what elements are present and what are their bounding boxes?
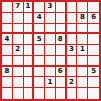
cell-r9c8[interactable]	[77, 88, 88, 99]
cell-r7c9[interactable]: 5	[88, 67, 99, 78]
cell-r8c1[interactable]	[2, 77, 13, 88]
cell-r9c9[interactable]	[88, 88, 99, 99]
cell-r3c1[interactable]	[2, 24, 13, 35]
cell-r9c1[interactable]	[2, 88, 13, 99]
cell-r8c8[interactable]	[77, 77, 88, 88]
cell-r2c6[interactable]	[56, 13, 67, 24]
given-digit: 4	[4, 35, 9, 42]
cell-r1c1[interactable]	[2, 2, 13, 13]
given-digit: 3	[48, 3, 53, 10]
cell-r3c2[interactable]	[13, 24, 24, 35]
cell-r4c4[interactable]: 5	[34, 34, 45, 45]
cell-r5c6[interactable]	[56, 45, 67, 56]
given-digit: 4	[37, 14, 42, 21]
cell-r8c5[interactable]: 1	[45, 77, 56, 88]
cell-r4c2[interactable]	[13, 34, 24, 45]
cell-r7c6[interactable]: 6	[56, 67, 67, 78]
cell-r2c4[interactable]: 4	[34, 13, 45, 24]
cell-r3c7[interactable]	[67, 24, 78, 35]
cell-r1c3[interactable]: 1	[24, 2, 35, 13]
cell-r3c4[interactable]	[34, 24, 45, 35]
given-digit: 6	[58, 68, 63, 75]
given-digit: 1	[80, 46, 85, 53]
cell-r6c2[interactable]	[13, 56, 24, 67]
cell-r3c3[interactable]	[24, 24, 35, 35]
cell-r7c3[interactable]	[24, 67, 35, 78]
cell-r1c2[interactable]: 7	[13, 2, 24, 13]
cell-r7c8[interactable]	[77, 67, 88, 78]
cell-r1c6[interactable]	[56, 2, 67, 13]
cell-r7c5[interactable]	[45, 67, 56, 78]
given-digit: 7	[15, 3, 20, 10]
cell-r4c1[interactable]: 4	[2, 34, 13, 45]
cell-r5c2[interactable]: 2	[13, 45, 24, 56]
given-digit: 8	[80, 14, 85, 21]
cell-r2c3[interactable]	[24, 13, 35, 24]
sudoku-board: 71348645823186512	[0, 0, 101, 101]
cell-r4c9[interactable]	[88, 34, 99, 45]
cell-r5c9[interactable]	[88, 45, 99, 56]
cell-r3c8[interactable]	[77, 24, 88, 35]
cell-r7c4[interactable]	[34, 67, 45, 78]
given-digit: 5	[91, 68, 96, 75]
cell-r3c9[interactable]	[88, 24, 99, 35]
cell-r7c7[interactable]	[67, 67, 78, 78]
cell-r5c5[interactable]	[45, 45, 56, 56]
cell-r1c5[interactable]: 3	[45, 2, 56, 13]
cell-r8c3[interactable]	[24, 77, 35, 88]
cell-r4c7[interactable]	[67, 34, 78, 45]
cell-r2c8[interactable]: 8	[77, 13, 88, 24]
cell-r2c7[interactable]	[67, 13, 78, 24]
given-digit: 2	[15, 46, 20, 53]
cell-r5c7[interactable]: 3	[67, 45, 78, 56]
cell-r1c8[interactable]	[77, 2, 88, 13]
cell-r6c9[interactable]	[88, 56, 99, 67]
cell-r6c5[interactable]	[45, 56, 56, 67]
cell-r6c7[interactable]	[67, 56, 78, 67]
cell-r4c5[interactable]	[45, 34, 56, 45]
cell-r9c3[interactable]	[24, 88, 35, 99]
cell-r6c1[interactable]	[2, 56, 13, 67]
given-digit: 8	[4, 68, 9, 75]
cell-r9c2[interactable]	[13, 88, 24, 99]
given-digit: 1	[48, 78, 53, 85]
cell-r6c4[interactable]	[34, 56, 45, 67]
given-digit: 1	[26, 3, 31, 10]
cell-r1c7[interactable]	[67, 2, 78, 13]
cell-r2c1[interactable]	[2, 13, 13, 24]
cell-r8c7[interactable]: 2	[67, 77, 78, 88]
given-digit: 3	[69, 46, 74, 53]
cell-r1c4[interactable]	[34, 2, 45, 13]
cell-r9c5[interactable]	[45, 88, 56, 99]
cell-r2c9[interactable]: 6	[88, 13, 99, 24]
given-digit: 5	[37, 35, 42, 42]
cell-r5c3[interactable]	[24, 45, 35, 56]
cell-r9c6[interactable]	[56, 88, 67, 99]
cell-r6c8[interactable]	[77, 56, 88, 67]
cell-r2c5[interactable]	[45, 13, 56, 24]
cell-r5c1[interactable]	[2, 45, 13, 56]
cell-r8c4[interactable]	[34, 77, 45, 88]
given-digit: 2	[69, 78, 74, 85]
cell-r9c7[interactable]	[67, 88, 78, 99]
cell-r3c5[interactable]	[45, 24, 56, 35]
given-digit: 8	[58, 35, 63, 42]
cell-r3c6[interactable]	[56, 24, 67, 35]
cell-r1c9[interactable]	[88, 2, 99, 13]
sudoku-app: 71348645823186512	[0, 0, 101, 101]
cell-r5c4[interactable]	[34, 45, 45, 56]
cell-r5c8[interactable]: 1	[77, 45, 88, 56]
cell-r6c3[interactable]	[24, 56, 35, 67]
cell-r2c2[interactable]	[13, 13, 24, 24]
cell-r8c6[interactable]	[56, 77, 67, 88]
cell-r7c1[interactable]: 8	[2, 67, 13, 78]
cell-r7c2[interactable]	[13, 67, 24, 78]
cell-r4c8[interactable]	[77, 34, 88, 45]
cell-r6c6[interactable]	[56, 56, 67, 67]
cell-r4c6[interactable]: 8	[56, 34, 67, 45]
cell-r8c2[interactable]	[13, 77, 24, 88]
given-digit: 6	[91, 14, 96, 21]
cell-r8c9[interactable]	[88, 77, 99, 88]
cell-r4c3[interactable]	[24, 34, 35, 45]
cell-r9c4[interactable]	[34, 88, 45, 99]
